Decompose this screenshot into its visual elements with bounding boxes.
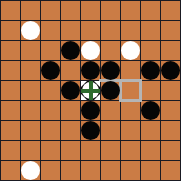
black-attacker-stone[interactable] bbox=[81, 121, 100, 140]
last-move-highlight bbox=[119, 79, 142, 102]
white-defender-stone[interactable] bbox=[121, 41, 140, 60]
throne-cell bbox=[81, 81, 100, 100]
black-attacker-stone[interactable] bbox=[161, 61, 180, 80]
king-cross-icon bbox=[81, 89, 100, 93]
white-defender-stone[interactable] bbox=[81, 41, 100, 60]
black-attacker-stone[interactable] bbox=[61, 81, 80, 100]
black-attacker-stone[interactable] bbox=[81, 101, 100, 120]
white-defender-stone[interactable] bbox=[21, 161, 40, 180]
black-attacker-stone[interactable] bbox=[101, 81, 120, 100]
black-attacker-stone[interactable] bbox=[141, 61, 160, 80]
tablut-board[interactable] bbox=[0, 0, 181, 181]
black-attacker-stone[interactable] bbox=[61, 41, 80, 60]
white-defender-stone[interactable] bbox=[21, 21, 40, 40]
black-attacker-stone[interactable] bbox=[41, 61, 60, 80]
black-attacker-stone[interactable] bbox=[141, 101, 160, 120]
black-attacker-stone[interactable] bbox=[101, 61, 120, 80]
black-attacker-stone[interactable] bbox=[81, 61, 100, 80]
